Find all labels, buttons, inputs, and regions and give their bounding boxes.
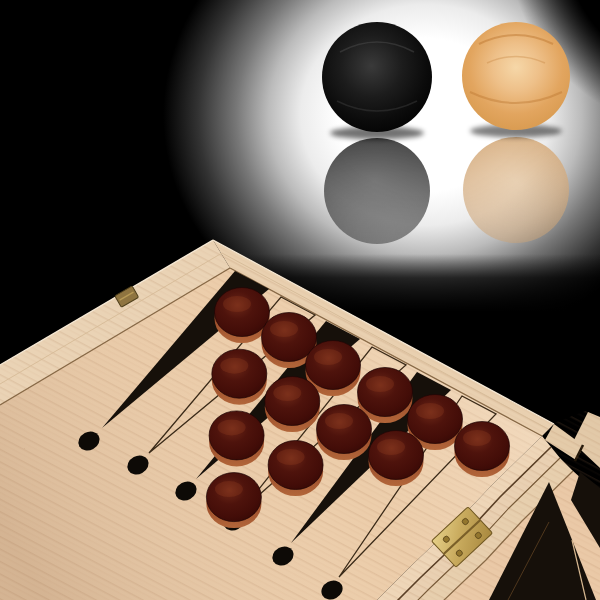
wood-checker-reflection [463,137,569,243]
checker-face [206,473,261,522]
reflections [324,137,569,244]
sample-checkers-display [322,22,570,244]
checker-face [408,395,463,444]
checker-face [317,405,372,454]
checker-sheen [220,358,248,374]
dark-checker [212,349,267,405]
checker-face [306,341,361,390]
checker-face [209,411,264,460]
checker-sheen [270,321,298,337]
dark-checker [317,405,372,461]
wood-sample-checker [462,22,570,130]
checker-face [212,349,267,398]
checker-face [358,368,413,417]
dark-checker [455,422,510,478]
dark-checker [369,431,424,487]
checker-sheen [218,419,246,435]
checker-sheen [273,385,301,401]
dark-checker [206,473,261,528]
dark-checker [215,288,270,344]
studio-scene [0,0,600,600]
checker-sheen [215,481,243,497]
checker-face [268,441,323,490]
black-sample-checker [322,22,432,132]
checker-sheen [223,296,251,312]
black-checker-reflection [324,138,430,244]
checker-sheen [314,349,342,365]
checker-sheen [325,413,353,429]
checker-face [265,377,320,426]
checker-sheen [377,439,405,455]
backgammon-photo [0,0,600,600]
dark-checker [209,411,264,467]
checker-sheen [366,376,394,392]
checker-sheen [416,403,444,419]
dark-checker [268,441,323,497]
dark-checker [265,377,320,433]
checker-face [369,431,424,480]
checker-sheen [463,430,491,446]
checker-face [215,288,270,337]
checker-sheen [277,449,305,465]
checker-face [455,422,510,471]
